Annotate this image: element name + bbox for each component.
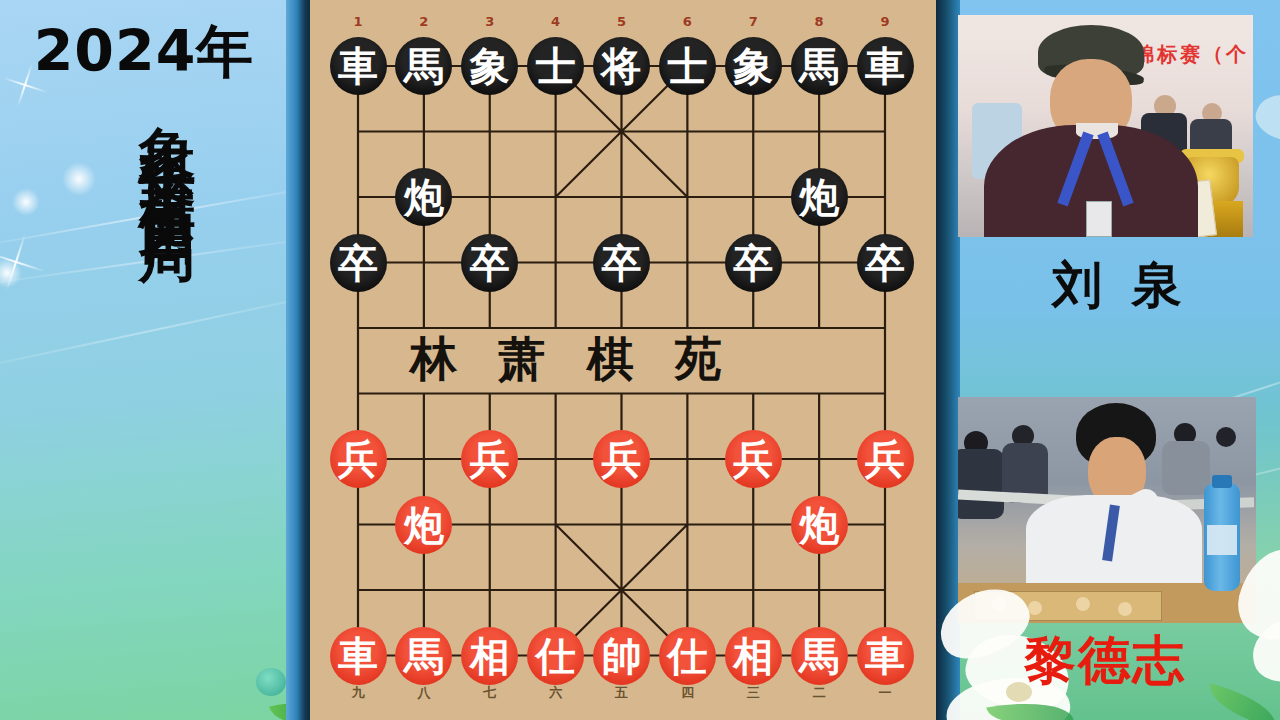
piece-black-卒[interactable]: 卒 xyxy=(593,234,650,292)
piece-red-帥[interactable]: 帥 xyxy=(593,627,650,685)
file-number-bottom: 九 xyxy=(343,684,373,702)
file-number-top: 2 xyxy=(409,14,439,29)
player-bottom-name: 黎德志 xyxy=(960,626,1250,696)
file-number-top: 3 xyxy=(475,14,505,29)
file-number-top: 9 xyxy=(870,14,900,29)
file-number-top: 5 xyxy=(607,14,637,29)
piece-black-士[interactable]: 士 xyxy=(659,37,716,95)
player-top-name: 刘 泉 xyxy=(975,252,1265,319)
background-player-body xyxy=(1162,441,1210,495)
piece-black-卒[interactable]: 卒 xyxy=(330,234,387,292)
flower-petal xyxy=(1251,88,1280,148)
piece-red-相[interactable]: 相 xyxy=(461,627,518,685)
piece-red-相[interactable]: 相 xyxy=(725,627,782,685)
file-number-top: 1 xyxy=(343,14,373,29)
background-player-body xyxy=(958,449,1004,519)
table-piece xyxy=(1118,602,1132,616)
piece-red-兵[interactable]: 兵 xyxy=(593,430,650,488)
piece-black-将[interactable]: 将 xyxy=(593,37,650,95)
piece-red-炮[interactable]: 炮 xyxy=(791,496,848,554)
file-number-bottom: 七 xyxy=(475,684,505,702)
piece-red-車[interactable]: 車 xyxy=(857,627,914,685)
piece-red-兵[interactable]: 兵 xyxy=(857,430,914,488)
piece-black-卒[interactable]: 卒 xyxy=(857,234,914,292)
player-top-photo: 锦标赛（个 xyxy=(958,15,1253,237)
piece-red-兵[interactable]: 兵 xyxy=(461,430,518,488)
piece-black-車[interactable]: 車 xyxy=(330,37,387,95)
river-watermark-char: 棋 xyxy=(587,328,634,391)
river-watermark-char: 苑 xyxy=(675,328,722,391)
file-number-bottom: 六 xyxy=(541,684,571,702)
piece-black-炮[interactable]: 炮 xyxy=(395,168,452,226)
background-player-head xyxy=(1216,427,1236,447)
file-number-top: 8 xyxy=(804,14,834,29)
river-watermark-char: 萧 xyxy=(498,328,545,391)
piece-black-卒[interactable]: 卒 xyxy=(461,234,518,292)
piece-red-馬[interactable]: 馬 xyxy=(791,627,848,685)
xiangqi-board: 123456789 九八七六五四三二一 林萧棋苑 車馬象士将士象馬車炮炮卒卒卒卒… xyxy=(310,0,938,720)
river-watermark: 林萧棋苑 xyxy=(410,330,722,388)
file-number-top: 7 xyxy=(738,14,768,29)
teal-dot-decoration xyxy=(256,668,286,696)
piece-black-士[interactable]: 士 xyxy=(527,37,584,95)
piece-black-炮[interactable]: 炮 xyxy=(791,168,848,226)
piece-red-兵[interactable]: 兵 xyxy=(330,430,387,488)
piece-red-車[interactable]: 車 xyxy=(330,627,387,685)
piece-red-炮[interactable]: 炮 xyxy=(395,496,452,554)
bottle-cap xyxy=(1212,475,1232,488)
piece-black-卒[interactable]: 卒 xyxy=(725,234,782,292)
table-piece xyxy=(1076,597,1090,611)
glow-dot xyxy=(12,188,40,216)
title-panel: 2024年 象棋十番棋第四局 xyxy=(0,0,288,720)
piece-red-仕[interactable]: 仕 xyxy=(527,627,584,685)
file-number-bottom: 二 xyxy=(804,684,834,702)
panel-divider-left xyxy=(286,0,310,720)
piece-red-兵[interactable]: 兵 xyxy=(725,430,782,488)
players-panel: 锦标赛（个 刘 泉 xyxy=(960,0,1280,720)
file-number-bottom: 五 xyxy=(607,684,637,702)
file-number-bottom: 八 xyxy=(409,684,439,702)
video-frame: 2024年 象棋十番棋第四局 123456789 九八七六五四三二一 林萧棋苑 … xyxy=(0,0,1280,720)
river-watermark-char: 林 xyxy=(410,328,457,391)
piece-black-象[interactable]: 象 xyxy=(725,37,782,95)
piece-black-象[interactable]: 象 xyxy=(461,37,518,95)
glow-dot xyxy=(62,162,96,196)
piece-red-仕[interactable]: 仕 xyxy=(659,627,716,685)
piece-red-馬[interactable]: 馬 xyxy=(395,627,452,685)
piece-black-車[interactable]: 車 xyxy=(857,37,914,95)
bottle-label xyxy=(1207,525,1237,555)
file-number-top: 6 xyxy=(672,14,702,29)
title-match: 象棋十番棋第四局 xyxy=(139,80,196,200)
file-number-bottom: 四 xyxy=(672,684,702,702)
piece-black-馬[interactable]: 馬 xyxy=(395,37,452,95)
file-number-top: 4 xyxy=(541,14,571,29)
file-number-bottom: 一 xyxy=(870,684,900,702)
banner-text: 锦标赛（个 xyxy=(1134,41,1249,68)
badge-card xyxy=(1086,201,1112,237)
table-piece xyxy=(1028,601,1042,615)
piece-black-馬[interactable]: 馬 xyxy=(791,37,848,95)
file-number-bottom: 三 xyxy=(738,684,768,702)
